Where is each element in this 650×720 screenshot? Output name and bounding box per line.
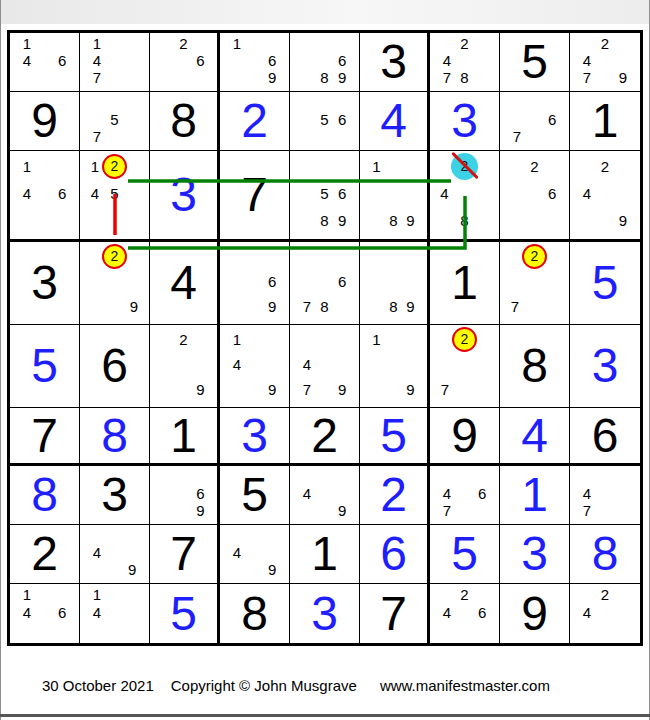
given-digit: 6 [570,408,640,464]
candidate-pos-4 [438,352,452,377]
candidate-pos-3 [123,527,141,544]
candidate-pos-8 [596,502,614,519]
candidates: 29 [150,325,217,407]
given-digit: 7 [150,525,217,583]
solved-digit: 3 [430,92,499,150]
cell-r9c2[interactable]: 14 [80,584,150,643]
candidate-pos-2: 2 [596,586,614,603]
cell-r9c3[interactable]: 5 [150,584,220,643]
cell-r9c7[interactable]: 246 [430,584,500,643]
cell-r5c3[interactable]: 29 [150,325,220,408]
solved-digit: 3 [220,408,289,464]
cell-r5c1[interactable]: 5 [10,325,80,408]
candidates: 249 [570,151,640,239]
cell-r6c4[interactable]: 3 [220,408,290,467]
candidate-pos-1: 1 [18,35,36,52]
candidate-pos-2: 2 [456,35,474,52]
candidate-pos-8 [596,621,614,638]
cell-r3c4[interactable]: 7 [220,151,290,242]
cell-r6c8[interactable]: 4 [500,408,570,467]
candidate-pos-2 [385,327,402,352]
candidate-pos-1: 1 [88,153,102,180]
candidate-pos-3 [333,94,351,111]
given-digit: 9 [500,584,569,643]
cell-r2c6[interactable]: 4 [360,92,430,151]
candidates: 27 [500,242,569,324]
cell-r4c4[interactable]: 69 [220,242,290,325]
candidate-pos-5 [596,52,614,69]
candidate-pos-5 [596,603,614,620]
candidate-pos-6 [614,52,632,69]
candidate-pos-7: 7 [298,377,316,402]
cell-r8c4[interactable]: 49 [220,525,290,584]
candidate-pos-5 [522,269,547,294]
candidate-pos-6: 6 [333,180,351,207]
candidate-pos-1 [158,327,175,352]
eliminated-candidate-circle: 2 [451,153,478,180]
given-digit: 3 [360,33,427,91]
candidate-pos-6 [477,352,491,377]
candidate-pos-3 [614,153,632,180]
candidates: 678 [290,242,359,324]
candidate-pos-4: 4 [438,603,456,620]
candidate-pos-1 [368,244,385,269]
candidate-pos-6 [192,352,209,377]
candidate-pos-1: 1 [228,327,246,352]
candidate-pos-7: 7 [298,294,316,319]
candidate-pos-3 [333,327,351,352]
given-digit: 5 [500,33,569,91]
candidate-pos-5: 5 [102,180,127,207]
candidate-pos-8: 8 [316,69,334,86]
candidate-pos-4: 4 [88,52,106,69]
cell-r2c3[interactable]: 8 [150,92,220,151]
candidate-pos-5 [246,52,264,69]
candidate-pos-6: 6 [473,485,491,502]
candidate-pos-9 [53,69,71,86]
candidates: 24 [570,584,640,643]
candidate-pos-9: 9 [192,502,209,519]
candidate-pos-9: 9 [333,377,351,402]
cell-r2c7[interactable]: 3 [430,92,500,151]
candidate-pos-2 [316,35,334,52]
candidate-pos-6 [333,352,351,377]
candidates: 69 [150,466,217,524]
candidate-pos-5 [36,52,54,69]
solved-digit: 2 [220,92,289,150]
chain-node-circle: 2 [522,244,547,269]
candidates: 189 [360,151,427,239]
cell-r9c4[interactable]: 8 [220,584,290,643]
candidate-pos-6 [123,111,141,128]
cell-r3c2[interactable]: 1245 [80,151,150,242]
candidate-pos-7 [438,207,451,234]
candidate-pos-7 [18,69,36,86]
cell-r3c5[interactable]: 5689 [290,151,360,242]
candidate-pos-8 [175,502,192,519]
cell-r1c7[interactable]: 2478 [430,33,500,92]
cell-r7c8[interactable]: 1 [500,466,570,525]
cell-r8c7[interactable]: 5 [430,525,500,584]
cell-r6c7[interactable]: 9 [430,408,500,467]
window-top-bar [1,0,649,24]
candidate-pos-3 [547,244,561,269]
candidate-pos-6 [478,180,491,207]
candidate-pos-6 [123,544,141,561]
candidate-pos-9 [473,502,491,519]
cell-r3c3[interactable]: 3 [150,151,220,242]
solved-digit: 6 [360,525,427,583]
candidate-pos-9: 9 [333,69,351,86]
candidate-pos-4: 4 [438,485,456,502]
cell-r8c2[interactable]: 49 [80,525,150,584]
cell-r2c1[interactable]: 9 [10,92,80,151]
candidate-pos-6 [127,269,141,294]
candidate-pos-7: 7 [508,128,526,145]
candidate-pos-9 [53,621,71,638]
candidate-pos-8 [596,207,614,234]
candidate-pos-8 [106,128,124,145]
cell-r2c9[interactable]: 1 [570,92,640,151]
cell-r7c7[interactable]: 467 [430,466,500,525]
candidate-pos-9 [473,69,491,86]
cell-r8c1[interactable]: 2 [10,525,80,584]
candidate-pos-6: 6 [333,269,351,294]
candidate-pos-3 [473,468,491,485]
cell-r7c6[interactable]: 2 [360,466,430,525]
candidate-pos-2: 2 [526,153,544,180]
cell-r6c3[interactable]: 1 [150,408,220,467]
candidate-pos-2 [316,153,334,180]
candidate-pos-9: 9 [263,69,281,86]
candidate-pos-4 [158,52,175,69]
candidate-pos-5: 5 [316,111,334,128]
candidate-pos-7 [88,294,102,319]
cell-r7c4[interactable]: 5 [220,466,290,525]
cell-r5c6[interactable]: 19 [360,325,430,408]
candidate-pos-9: 9 [127,294,141,319]
candidate-pos-9 [543,128,561,145]
candidate-pos-9: 9 [614,69,632,86]
cell-r1c6[interactable]: 3 [360,33,430,92]
cell-r1c1[interactable]: 146 [10,33,80,92]
candidate-pos-9: 9 [402,377,419,402]
candidate-pos-4: 4 [18,180,36,207]
candidate-pos-5 [385,352,402,377]
candidate-pos-2: 2 [102,153,127,180]
candidate-pos-3 [53,586,71,603]
cell-r1c5[interactable]: 689 [290,33,360,92]
candidate-pos-6: 6 [263,269,281,294]
candidate-pos-8 [106,621,124,638]
cell-r4c8[interactable]: 27 [500,242,570,325]
candidate-pos-4: 4 [88,603,106,620]
candidate-pos-1 [298,153,316,180]
solved-digit: 2 [360,466,427,524]
candidates: 246 [430,584,499,643]
candidate-pos-3 [614,35,632,52]
cell-r4c7[interactable]: 1 [430,242,500,325]
candidate-pos-8 [526,207,544,234]
candidate-pos-9: 9 [263,377,281,402]
candidate-pos-7 [298,502,316,519]
cell-r7c1[interactable]: 8 [10,466,80,525]
candidates: 49 [220,525,289,583]
candidate-pos-2 [316,94,334,111]
candidate-pos-1 [298,244,316,269]
cell-r4c3[interactable]: 4 [150,242,220,325]
cell-r3c7[interactable]: 248 [430,151,500,242]
candidates: 56 [290,92,359,150]
candidate-pos-3 [333,153,351,180]
candidate-pos-7 [18,621,36,638]
candidate-pos-4: 4 [18,603,36,620]
candidate-pos-1 [578,586,596,603]
candidate-pos-8 [522,294,547,319]
candidate-pos-3 [402,153,419,180]
cell-r5c8[interactable]: 8 [500,325,570,408]
candidate-pos-8: 8 [385,207,402,234]
candidate-pos-6: 6 [543,111,561,128]
cell-r9c1[interactable]: 146 [10,584,80,643]
candidate-pos-6: 6 [473,603,491,620]
candidate-pos-5 [106,544,124,561]
candidate-pos-7 [228,294,246,319]
candidate-pos-4: 4 [438,180,451,207]
candidates: 49 [290,466,359,524]
candidate-pos-3 [263,527,281,544]
cell-r3c9[interactable]: 249 [570,151,640,242]
cell-r1c9[interactable]: 2479 [570,33,640,92]
cell-r2c5[interactable]: 56 [290,92,360,151]
cell-r4c5[interactable]: 678 [290,242,360,325]
candidate-pos-3 [123,586,141,603]
candidate-pos-6: 6 [53,52,71,69]
candidate-pos-7 [368,377,385,402]
candidates: 26 [500,151,569,239]
candidates: 147 [80,33,149,91]
candidate-pos-6 [263,352,281,377]
solved-digit: 5 [150,584,217,643]
candidate-pos-7: 7 [438,69,456,86]
candidates: 248 [430,151,499,239]
candidate-pos-3 [333,468,351,485]
candidate-pos-5 [106,52,124,69]
cell-r2c2[interactable]: 57 [80,92,150,151]
candidate-pos-2 [596,468,614,485]
given-digit: 7 [360,584,427,643]
cell-r9c8[interactable]: 9 [500,584,570,643]
cell-r6c2[interactable]: 8 [80,408,150,467]
candidate-pos-5 [385,180,402,207]
candidate-pos-3 [402,327,419,352]
footer-copyright: Copyright © John Musgrave [171,677,357,694]
candidate-pos-3 [543,94,561,111]
candidate-pos-1 [158,468,175,485]
cell-r7c5[interactable]: 49 [290,466,360,525]
candidate-pos-4: 4 [88,180,102,207]
given-digit: 2 [10,525,79,583]
candidate-pos-2 [246,35,264,52]
candidate-pos-7 [228,377,246,402]
cell-r7c2[interactable]: 3 [80,466,150,525]
candidate-pos-7 [88,207,102,234]
candidate-pos-7 [368,207,385,234]
given-digit: 2 [290,408,359,464]
given-digit: 1 [290,525,359,583]
candidate-pos-3 [53,153,71,180]
candidates: 146 [10,151,79,239]
solved-digit: 5 [360,408,427,464]
cell-r2c8[interactable]: 67 [500,92,570,151]
candidate-pos-5 [175,52,192,69]
candidate-pos-1 [438,327,452,352]
candidate-pos-6: 6 [192,52,209,69]
candidate-pos-4 [508,180,526,207]
candidate-pos-7: 7 [88,128,106,145]
candidate-pos-6 [123,52,141,69]
cell-r3c1[interactable]: 146 [10,151,80,242]
candidate-pos-8 [596,69,614,86]
candidate-pos-2: 2 [452,327,477,352]
cell-r1c2[interactable]: 147 [80,33,150,92]
candidate-pos-3 [333,244,351,269]
cell-r8c3[interactable]: 7 [150,525,220,584]
candidate-pos-7 [578,207,596,234]
candidate-pos-7 [368,294,385,319]
candidate-pos-8: 8 [316,294,334,319]
cell-r6c1[interactable]: 7 [10,408,80,467]
sudoku-board: 1461472616968932478524799578256436711461… [7,30,643,646]
solved-digit: 3 [290,584,359,643]
candidate-pos-3 [614,468,632,485]
cell-r1c8[interactable]: 5 [500,33,570,92]
cell-r9c5[interactable]: 3 [290,584,360,643]
candidate-pos-3 [192,468,209,485]
candidate-pos-9 [192,69,209,86]
solved-digit: 5 [570,242,640,324]
candidate-pos-8 [36,621,54,638]
candidates: 169 [220,33,289,91]
cell-r1c3[interactable]: 26 [150,33,220,92]
candidate-pos-8 [102,207,127,234]
candidate-pos-8 [456,502,474,519]
cell-r8c8[interactable]: 3 [500,525,570,584]
candidate-pos-7 [228,561,246,578]
candidate-pos-2 [316,468,334,485]
cell-r4c6[interactable]: 89 [360,242,430,325]
candidates: 146 [10,584,79,643]
candidates: 149 [220,325,289,407]
candidate-pos-3 [263,327,281,352]
candidate-pos-4 [158,485,175,502]
cell-r9c6[interactable]: 7 [360,584,430,643]
candidate-pos-9: 9 [123,561,141,578]
candidate-pos-6 [263,544,281,561]
candidate-pos-4 [368,352,385,377]
candidate-pos-8 [106,69,124,86]
candidate-pos-1 [298,35,316,52]
given-digit: 8 [150,92,217,150]
cell-r5c5[interactable]: 479 [290,325,360,408]
candidate-pos-9 [123,128,141,145]
candidate-pos-3 [192,327,209,352]
candidate-pos-9 [614,502,632,519]
candidate-pos-6 [614,603,632,620]
cell-r3c8[interactable]: 26 [500,151,570,242]
cell-r9c9[interactable]: 24 [570,584,640,643]
solved-digit: 8 [80,408,149,464]
solved-digit: 4 [500,408,569,464]
candidate-pos-2 [36,153,54,180]
cell-r6c9[interactable]: 6 [570,408,640,467]
cell-r2c4[interactable]: 2 [220,92,290,151]
candidate-pos-4 [368,269,385,294]
cell-r6c5[interactable]: 2 [290,408,360,467]
cell-r3c6[interactable]: 189 [360,151,430,242]
candidate-pos-4 [298,269,316,294]
cell-r5c9[interactable]: 3 [570,325,640,408]
solved-digit: 5 [430,525,499,583]
candidate-pos-1 [88,94,106,111]
candidate-pos-7 [438,621,456,638]
candidate-pos-3 [263,244,281,269]
candidate-pos-7 [298,128,316,145]
cell-r5c7[interactable]: 27 [430,325,500,408]
candidate-pos-5 [526,180,544,207]
cell-r6c6[interactable]: 5 [360,408,430,467]
candidate-pos-5: 5 [316,180,334,207]
cell-r4c2[interactable]: 29 [80,242,150,325]
candidates: 26 [150,33,217,91]
candidates: 67 [500,92,569,150]
candidate-pos-5 [36,603,54,620]
candidate-pos-5 [246,269,264,294]
given-digit: 7 [10,408,79,464]
cell-r8c9[interactable]: 8 [570,525,640,584]
candidate-pos-6 [473,52,491,69]
candidate-pos-5 [456,485,474,502]
cell-r4c1[interactable]: 3 [10,242,80,325]
cell-r7c9[interactable]: 47 [570,466,640,525]
candidate-pos-8: 8 [316,207,334,234]
candidate-pos-1 [578,35,596,52]
candidate-pos-5 [246,352,264,377]
candidate-pos-8 [385,377,402,402]
candidate-pos-4 [298,111,316,128]
candidate-pos-2 [246,327,264,352]
cell-r8c6[interactable]: 6 [360,525,430,584]
candidate-pos-3 [543,153,561,180]
cell-r7c3[interactable]: 69 [150,466,220,525]
candidate-pos-8 [175,69,192,86]
cell-r5c2[interactable]: 6 [80,325,150,408]
candidate-pos-4: 4 [578,180,596,207]
candidate-pos-2 [385,153,402,180]
cell-r1c4[interactable]: 169 [220,33,290,92]
candidate-pos-4 [298,52,316,69]
candidate-pos-9 [333,294,351,319]
candidate-pos-5 [316,485,334,502]
candidate-pos-4: 4 [578,52,596,69]
cell-r5c4[interactable]: 149 [220,325,290,408]
cell-r8c5[interactable]: 1 [290,525,360,584]
cell-r4c9[interactable]: 5 [570,242,640,325]
candidate-pos-9: 9 [263,294,281,319]
candidate-pos-7 [88,621,106,638]
candidate-pos-2 [246,527,264,544]
solved-digit: 4 [360,92,427,150]
